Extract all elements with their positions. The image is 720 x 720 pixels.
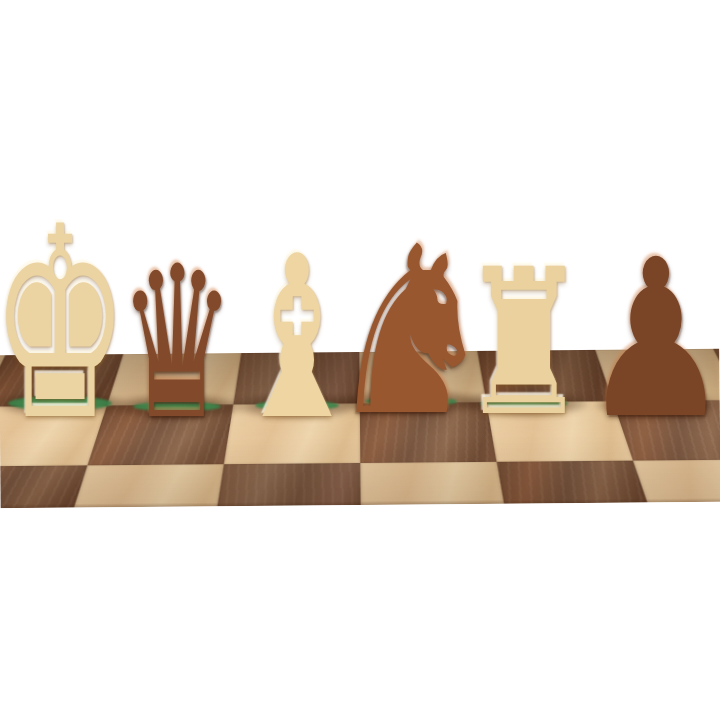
white-rook-glyph: ♜	[459, 242, 589, 444]
black-pawn-glyph: ♟	[582, 231, 720, 449]
pieces-row: ♚♛♝♞♜♟	[0, 0, 720, 720]
black-queen-glyph: ♛	[119, 239, 236, 449]
white-king-glyph: ♚	[0, 192, 129, 457]
chess-product-photo: ♚♛♝♞♜♟	[0, 0, 720, 720]
